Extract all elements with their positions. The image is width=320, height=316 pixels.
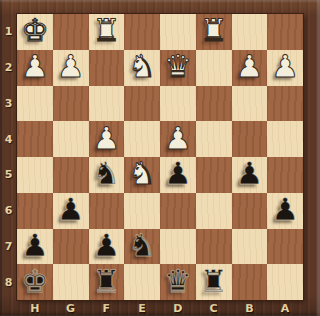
square-f6[interactable] bbox=[89, 193, 125, 229]
square-c7[interactable] bbox=[196, 229, 232, 265]
white-pawn: ♟ bbox=[92, 123, 120, 154]
square-d7[interactable] bbox=[160, 229, 196, 265]
square-e8[interactable] bbox=[124, 264, 160, 300]
black-knight: ♞ bbox=[128, 230, 156, 261]
square-a7[interactable] bbox=[267, 229, 303, 265]
square-h6[interactable] bbox=[17, 193, 53, 229]
white-knight: ♞ bbox=[128, 158, 156, 189]
file-label-H: H bbox=[17, 300, 53, 316]
square-e7[interactable]: ♞ bbox=[124, 229, 160, 265]
rank-labels: 12345678 bbox=[0, 14, 17, 300]
square-g4[interactable] bbox=[53, 121, 89, 157]
square-b8[interactable] bbox=[232, 264, 268, 300]
square-a6[interactable]: ♟ bbox=[267, 193, 303, 229]
square-d8[interactable]: ♛ bbox=[160, 264, 196, 300]
square-c2[interactable] bbox=[196, 50, 232, 86]
square-a3[interactable] bbox=[267, 86, 303, 122]
square-g7[interactable] bbox=[53, 229, 89, 265]
rank-label-5: 5 bbox=[0, 157, 17, 193]
square-a1[interactable] bbox=[267, 14, 303, 50]
black-pawn: ♟ bbox=[235, 158, 263, 189]
square-f5[interactable]: ♞ bbox=[89, 157, 125, 193]
square-d4[interactable]: ♟ bbox=[160, 121, 196, 157]
square-a2[interactable]: ♟ bbox=[267, 50, 303, 86]
black-king: ♚ bbox=[21, 266, 49, 297]
white-knight: ♞ bbox=[128, 51, 156, 82]
square-f4[interactable]: ♟ bbox=[89, 121, 125, 157]
square-c4[interactable] bbox=[196, 121, 232, 157]
square-h3[interactable] bbox=[17, 86, 53, 122]
square-c3[interactable] bbox=[196, 86, 232, 122]
file-label-A: A bbox=[267, 300, 303, 316]
square-h8[interactable]: ♚ bbox=[17, 264, 53, 300]
square-a4[interactable] bbox=[267, 121, 303, 157]
square-e1[interactable] bbox=[124, 14, 160, 50]
square-h1[interactable]: ♚ bbox=[17, 14, 53, 50]
square-b5[interactable]: ♟ bbox=[232, 157, 268, 193]
square-e6[interactable] bbox=[124, 193, 160, 229]
square-d5[interactable]: ♟ bbox=[160, 157, 196, 193]
black-queen: ♛ bbox=[164, 266, 192, 297]
square-b6[interactable] bbox=[232, 193, 268, 229]
square-e3[interactable] bbox=[124, 86, 160, 122]
square-c8[interactable]: ♜ bbox=[196, 264, 232, 300]
square-g1[interactable] bbox=[53, 14, 89, 50]
square-c1[interactable]: ♜ bbox=[196, 14, 232, 50]
square-e2[interactable]: ♞ bbox=[124, 50, 160, 86]
rank-label-4: 4 bbox=[0, 121, 17, 157]
file-label-D: D bbox=[160, 300, 196, 316]
black-rook: ♜ bbox=[200, 266, 228, 297]
square-d3[interactable] bbox=[160, 86, 196, 122]
square-f3[interactable] bbox=[89, 86, 125, 122]
square-f2[interactable] bbox=[89, 50, 125, 86]
chess-board: ♚♜♜♟♟♞♛♟♟♟♟♞♞♟♟♟♟♟♟♞♚♜♛♜ bbox=[17, 14, 303, 300]
square-h5[interactable] bbox=[17, 157, 53, 193]
white-pawn: ♟ bbox=[271, 51, 299, 82]
square-g5[interactable] bbox=[53, 157, 89, 193]
black-knight: ♞ bbox=[92, 158, 120, 189]
file-label-G: G bbox=[53, 300, 89, 316]
rank-label-1: 1 bbox=[0, 14, 17, 50]
rank-label-3: 3 bbox=[0, 86, 17, 122]
white-pawn: ♟ bbox=[57, 51, 85, 82]
square-g2[interactable]: ♟ bbox=[53, 50, 89, 86]
file-labels: HGFEDCBA bbox=[17, 300, 303, 316]
square-h2[interactable]: ♟ bbox=[17, 50, 53, 86]
white-pawn: ♟ bbox=[21, 51, 49, 82]
square-d6[interactable] bbox=[160, 193, 196, 229]
square-b1[interactable] bbox=[232, 14, 268, 50]
square-b7[interactable] bbox=[232, 229, 268, 265]
square-g6[interactable]: ♟ bbox=[53, 193, 89, 229]
black-rook: ♜ bbox=[92, 266, 120, 297]
square-a5[interactable] bbox=[267, 157, 303, 193]
file-label-C: C bbox=[196, 300, 232, 316]
black-pawn: ♟ bbox=[164, 158, 192, 189]
square-c5[interactable] bbox=[196, 157, 232, 193]
black-pawn: ♟ bbox=[57, 194, 85, 225]
rank-label-7: 7 bbox=[0, 229, 17, 265]
rank-label-6: 6 bbox=[0, 193, 17, 229]
square-b4[interactable] bbox=[232, 121, 268, 157]
file-label-F: F bbox=[89, 300, 125, 316]
square-h4[interactable] bbox=[17, 121, 53, 157]
rank-label-8: 8 bbox=[0, 264, 17, 300]
white-queen: ♛ bbox=[164, 51, 192, 82]
square-g8[interactable] bbox=[53, 264, 89, 300]
black-pawn: ♟ bbox=[21, 230, 49, 261]
square-d1[interactable] bbox=[160, 14, 196, 50]
square-h7[interactable]: ♟ bbox=[17, 229, 53, 265]
square-d2[interactable]: ♛ bbox=[160, 50, 196, 86]
white-pawn: ♟ bbox=[164, 123, 192, 154]
square-c6[interactable] bbox=[196, 193, 232, 229]
square-e5[interactable]: ♞ bbox=[124, 157, 160, 193]
file-label-E: E bbox=[124, 300, 160, 316]
rank-label-2: 2 bbox=[0, 50, 17, 86]
square-b3[interactable] bbox=[232, 86, 268, 122]
square-f1[interactable]: ♜ bbox=[89, 14, 125, 50]
white-rook: ♜ bbox=[92, 15, 120, 46]
square-b2[interactable]: ♟ bbox=[232, 50, 268, 86]
square-e4[interactable] bbox=[124, 121, 160, 157]
black-pawn: ♟ bbox=[271, 194, 299, 225]
white-pawn: ♟ bbox=[235, 51, 263, 82]
white-king: ♚ bbox=[21, 15, 49, 46]
square-a8[interactable] bbox=[267, 264, 303, 300]
chess-board-frame: 12345678 HGFEDCBA ♚♜♜♟♟♞♛♟♟♟♟♞♞♟♟♟♟♟♟♞♚♜… bbox=[0, 0, 320, 316]
square-g3[interactable] bbox=[53, 86, 89, 122]
square-f7[interactable]: ♟ bbox=[89, 229, 125, 265]
square-f8[interactable]: ♜ bbox=[89, 264, 125, 300]
file-label-B: B bbox=[232, 300, 268, 316]
white-rook: ♜ bbox=[200, 15, 228, 46]
black-pawn: ♟ bbox=[92, 230, 120, 261]
